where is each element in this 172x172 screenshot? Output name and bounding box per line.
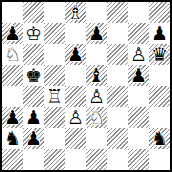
square-g7[interactable] [128, 23, 149, 44]
white-pawn: ♟♙ [86, 86, 107, 107]
square-h1[interactable] [149, 149, 170, 170]
square-h5[interactable] [149, 65, 170, 86]
square-b5[interactable]: ♚ [23, 65, 44, 86]
square-h8[interactable] [149, 2, 170, 23]
square-g1[interactable] [128, 149, 149, 170]
square-g2[interactable] [128, 128, 149, 149]
square-a2[interactable]: ♞ [2, 128, 23, 149]
square-a3[interactable]: ♟ [2, 107, 23, 128]
square-g6[interactable]: ♟♙ [128, 44, 149, 65]
black-pawn: ♟ [23, 128, 44, 149]
square-f2[interactable] [107, 128, 128, 149]
square-f3[interactable] [107, 107, 128, 128]
black-pawn: ♟ [149, 23, 170, 44]
square-h4[interactable] [149, 86, 170, 107]
square-f1[interactable] [107, 149, 128, 170]
square-c1[interactable] [44, 149, 65, 170]
square-g8[interactable] [128, 2, 149, 23]
black-bishop: ♝ [86, 65, 107, 86]
white-bishop: ♝♗ [65, 2, 86, 23]
white-rook: ♜♖ [44, 86, 65, 107]
black-pawn: ♟ [2, 107, 23, 128]
square-a7[interactable]: ♟ [2, 23, 23, 44]
square-h2[interactable]: ♞ [149, 128, 170, 149]
square-c2[interactable] [44, 128, 65, 149]
square-a1[interactable] [2, 149, 23, 170]
black-knight: ♞ [2, 128, 23, 149]
square-h6[interactable]: ♛ [149, 44, 170, 65]
black-pawn: ♟ [128, 65, 149, 86]
square-d1[interactable] [65, 149, 86, 170]
chess-diagram: ♝♗♟♚♔♟♟♞♘♟♟♙♛♚♝♟♜♖♟♙♟♟♟♙♞♘♞♟♞ [0, 0, 172, 172]
square-c4[interactable]: ♜♖ [44, 86, 65, 107]
chess-board: ♝♗♟♚♔♟♟♞♘♟♟♙♛♚♝♟♜♖♟♙♟♟♟♙♞♘♞♟♞ [0, 0, 172, 172]
square-h7[interactable]: ♟ [149, 23, 170, 44]
square-e2[interactable] [86, 128, 107, 149]
square-c7[interactable] [44, 23, 65, 44]
black-pawn: ♟ [65, 44, 86, 65]
square-f7[interactable] [107, 23, 128, 44]
square-c8[interactable] [44, 2, 65, 23]
square-f8[interactable] [107, 2, 128, 23]
square-b3[interactable]: ♟ [23, 107, 44, 128]
square-d4[interactable] [65, 86, 86, 107]
square-d2[interactable] [65, 128, 86, 149]
square-f5[interactable] [107, 65, 128, 86]
square-b2[interactable]: ♟ [23, 128, 44, 149]
square-g5[interactable]: ♟ [128, 65, 149, 86]
white-knight: ♞♘ [86, 107, 107, 128]
square-b6[interactable] [23, 44, 44, 65]
square-e8[interactable] [86, 2, 107, 23]
white-pawn: ♟♙ [128, 44, 149, 65]
square-d3[interactable]: ♟♙ [65, 107, 86, 128]
square-e7[interactable]: ♟ [86, 23, 107, 44]
black-pawn: ♟ [86, 23, 107, 44]
square-e1[interactable] [86, 149, 107, 170]
black-king: ♚ [23, 65, 44, 86]
square-a5[interactable] [2, 65, 23, 86]
white-king: ♚♔ [23, 23, 44, 44]
square-e4[interactable]: ♟♙ [86, 86, 107, 107]
square-d8[interactable]: ♝♗ [65, 2, 86, 23]
square-b8[interactable] [23, 2, 44, 23]
white-knight: ♞♘ [2, 44, 23, 65]
square-b7[interactable]: ♚♔ [23, 23, 44, 44]
square-e3[interactable]: ♞♘ [86, 107, 107, 128]
black-queen: ♛ [149, 44, 170, 65]
square-c6[interactable] [44, 44, 65, 65]
square-g3[interactable] [128, 107, 149, 128]
square-g4[interactable] [128, 86, 149, 107]
black-knight: ♞ [149, 128, 170, 149]
black-pawn: ♟ [23, 107, 44, 128]
square-e5[interactable]: ♝ [86, 65, 107, 86]
square-f4[interactable] [107, 86, 128, 107]
square-f6[interactable] [107, 44, 128, 65]
square-a6[interactable]: ♞♘ [2, 44, 23, 65]
white-pawn: ♟♙ [65, 107, 86, 128]
black-pawn: ♟ [2, 23, 23, 44]
square-d5[interactable] [65, 65, 86, 86]
square-b1[interactable] [23, 149, 44, 170]
square-a8[interactable] [2, 2, 23, 23]
square-c5[interactable] [44, 65, 65, 86]
square-b4[interactable] [23, 86, 44, 107]
square-d6[interactable]: ♟ [65, 44, 86, 65]
square-a4[interactable] [2, 86, 23, 107]
square-e6[interactable] [86, 44, 107, 65]
square-c3[interactable] [44, 107, 65, 128]
square-h3[interactable] [149, 107, 170, 128]
square-d7[interactable] [65, 23, 86, 44]
